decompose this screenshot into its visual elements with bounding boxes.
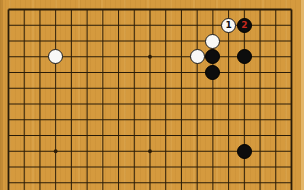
stones-layer: 12 [1, 2, 300, 190]
board-edge-highlight [301, 0, 304, 190]
black-stone [237, 49, 252, 64]
white-stone [205, 34, 220, 49]
black-stone: 2 [237, 18, 252, 33]
move-number-label: 2 [241, 21, 247, 30]
black-stone [205, 65, 220, 80]
black-stone [237, 144, 252, 159]
white-stone: 1 [221, 18, 236, 33]
move-number-label: 1 [225, 21, 231, 30]
white-stone [48, 49, 63, 64]
go-board[interactable]: 12 [0, 0, 304, 190]
black-stone [205, 49, 220, 64]
white-stone [190, 49, 205, 64]
